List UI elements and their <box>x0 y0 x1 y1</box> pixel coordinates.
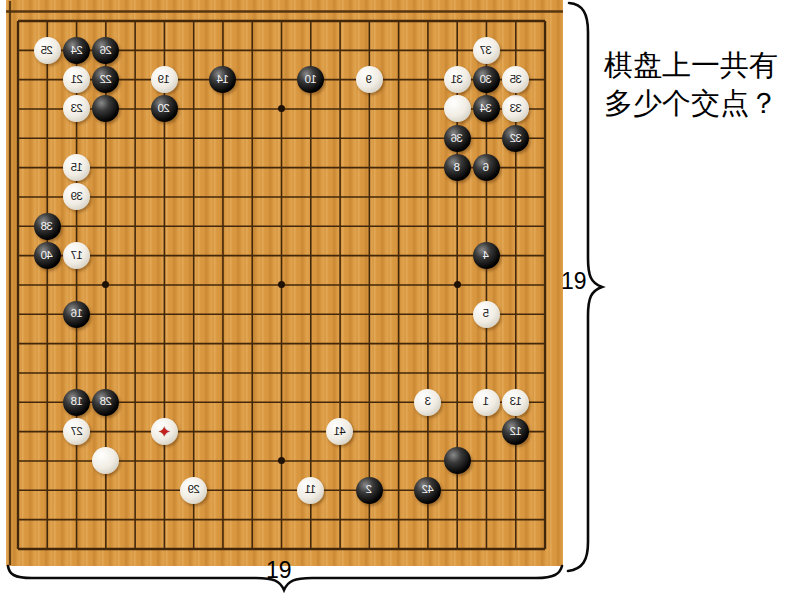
stone-black-unnumbered <box>92 95 119 122</box>
move-number: 8 <box>454 162 460 174</box>
move-number: 33 <box>510 103 522 115</box>
stone-white-unnumbered <box>92 447 119 474</box>
question-text: 棋盘上一共有 多少个交点？ <box>604 46 778 122</box>
move-number: 39 <box>71 191 83 203</box>
stone-white-15: 15 <box>63 154 90 181</box>
stone-white-35: 35 <box>502 66 529 93</box>
stone-white-41: 41 <box>326 418 353 445</box>
star-point <box>278 105 285 112</box>
stone-white-37: 37 <box>473 37 500 64</box>
stone-white-21: 21 <box>63 66 90 93</box>
move-number: 21 <box>71 74 83 86</box>
stone-black-36: 36 <box>444 125 471 152</box>
stone-white-9: 9 <box>356 66 383 93</box>
move-number: 12 <box>510 426 522 438</box>
move-number: 15 <box>71 162 83 174</box>
star-point <box>278 457 285 464</box>
move-number: 4 <box>483 250 489 262</box>
move-number: 10 <box>305 74 317 86</box>
move-number: 3 <box>425 396 431 408</box>
stone-black-24: 24 <box>63 37 90 64</box>
slide: 1234568910111213141516171819202122232425… <box>0 0 800 600</box>
move-number: 6 <box>483 162 489 174</box>
move-number: 38 <box>41 221 53 233</box>
star-point <box>102 281 109 288</box>
move-number: 24 <box>71 45 83 57</box>
stone-white-marked: ✦ <box>151 418 178 445</box>
stone-white-17: 17 <box>63 242 90 269</box>
stone-white-27: 27 <box>63 418 90 445</box>
stone-black-10: 10 <box>297 66 324 93</box>
stone-black-32: 32 <box>502 125 529 152</box>
move-number: 41 <box>334 426 346 438</box>
stone-white-31: 31 <box>444 66 471 93</box>
move-number: 42 <box>422 484 434 496</box>
move-number: 1 <box>483 396 489 408</box>
red-star-mark-icon: ✦ <box>158 424 171 439</box>
move-number: 28 <box>100 396 112 408</box>
move-number: 14 <box>217 74 229 86</box>
board-intersections: 1234568910111213141516171819202122232425… <box>3 6 559 563</box>
stone-black-12: 12 <box>502 418 529 445</box>
stone-white-19: 19 <box>151 66 178 93</box>
stone-black-22: 22 <box>92 66 119 93</box>
stone-black-16: 16 <box>63 301 90 328</box>
stone-black-14: 14 <box>209 66 236 93</box>
move-number: 25 <box>41 45 53 57</box>
move-number: 22 <box>100 74 112 86</box>
stone-white-39: 39 <box>63 183 90 210</box>
move-number: 30 <box>480 74 492 86</box>
move-number: 27 <box>71 426 83 438</box>
stone-black-34: 34 <box>473 95 500 122</box>
stone-black-42: 42 <box>414 477 441 504</box>
move-number: 34 <box>480 103 492 115</box>
stone-black-30: 30 <box>473 66 500 93</box>
question-line-2: 多少个交点？ <box>604 84 778 122</box>
stone-white-unnumbered <box>444 95 471 122</box>
stone-white-5: 5 <box>473 301 500 328</box>
move-number: 19 <box>158 74 170 86</box>
stone-white-3: 3 <box>414 389 441 416</box>
move-number: 18 <box>71 396 83 408</box>
stone-black-18: 18 <box>63 389 90 416</box>
move-number: 29 <box>188 484 200 496</box>
stone-black-8: 8 <box>444 154 471 181</box>
stone-white-33: 33 <box>502 95 529 122</box>
move-number: 23 <box>71 103 83 115</box>
stone-white-13: 13 <box>502 389 529 416</box>
move-number: 11 <box>305 484 316 496</box>
stone-black-2: 2 <box>356 477 383 504</box>
move-number: 16 <box>71 308 83 320</box>
move-number: 31 <box>451 74 463 86</box>
move-number: 35 <box>510 74 522 86</box>
stone-black-40: 40 <box>34 242 61 269</box>
star-point <box>278 281 285 288</box>
stone-white-23: 23 <box>63 95 90 122</box>
stone-black-28: 28 <box>92 389 119 416</box>
move-number: 17 <box>71 250 83 262</box>
move-number: 9 <box>366 74 372 86</box>
question-line-1: 棋盘上一共有 <box>604 46 778 84</box>
stone-white-11: 11 <box>297 477 324 504</box>
move-number: 40 <box>41 250 53 262</box>
stone-black-unnumbered <box>444 447 471 474</box>
stone-black-20: 20 <box>151 95 178 122</box>
stone-black-4: 4 <box>473 242 500 269</box>
move-number: 13 <box>510 396 522 408</box>
move-number: 32 <box>510 133 522 145</box>
stone-white-25: 25 <box>34 37 61 64</box>
stone-white-29: 29 <box>180 477 207 504</box>
move-number: 36 <box>451 133 463 145</box>
move-number: 26 <box>100 45 112 57</box>
move-number: 5 <box>483 308 489 320</box>
move-number: 37 <box>480 45 492 57</box>
star-point <box>454 281 461 288</box>
dimension-label-bottom: 19 <box>266 557 292 584</box>
stone-white-1: 1 <box>473 389 500 416</box>
move-number: 2 <box>366 484 372 496</box>
stone-black-6: 6 <box>473 154 500 181</box>
stone-black-38: 38 <box>34 213 61 240</box>
move-number: 20 <box>158 103 170 115</box>
dimension-label-right: 19 <box>561 268 587 295</box>
stone-black-26: 26 <box>92 37 119 64</box>
